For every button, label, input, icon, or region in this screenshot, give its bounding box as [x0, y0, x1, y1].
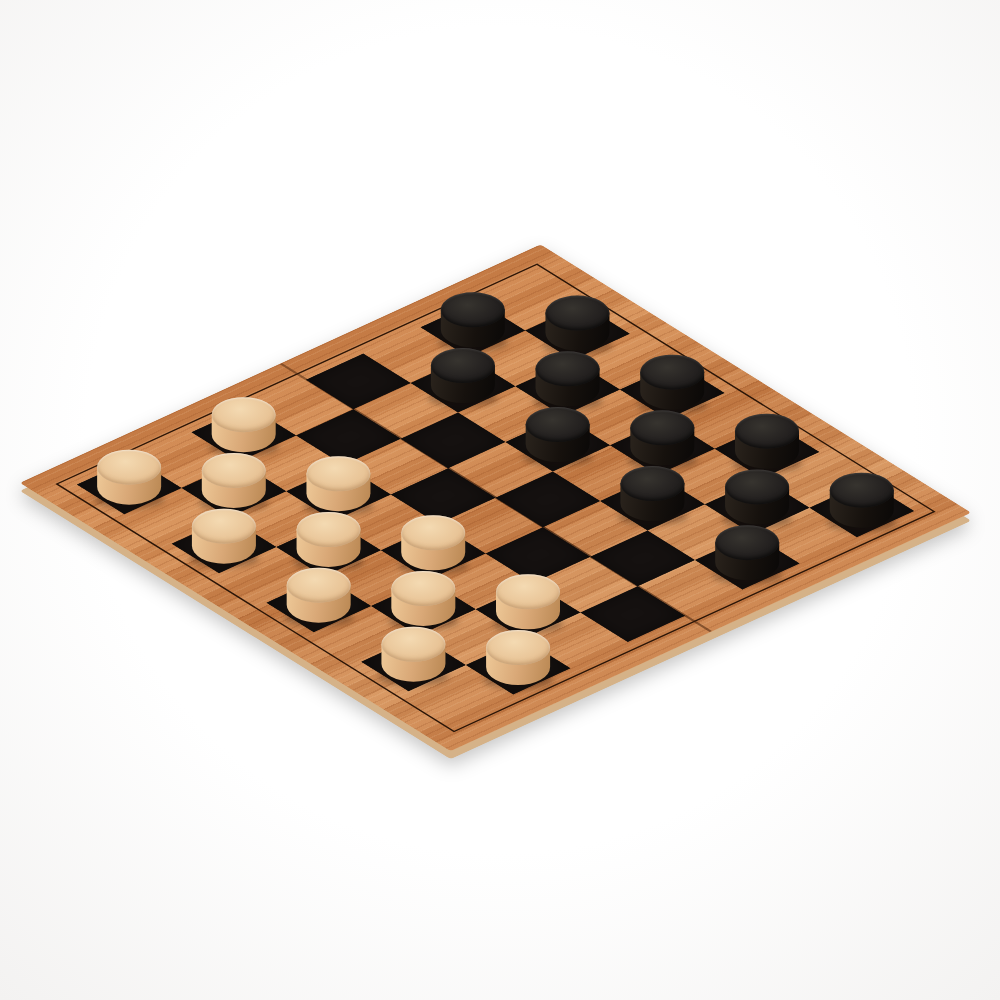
board-grid — [77, 275, 914, 721]
board-shadow-wrap — [0, 0, 1000, 1000]
photo-background — [0, 0, 1000, 1000]
checkers-board — [20, 244, 972, 751]
